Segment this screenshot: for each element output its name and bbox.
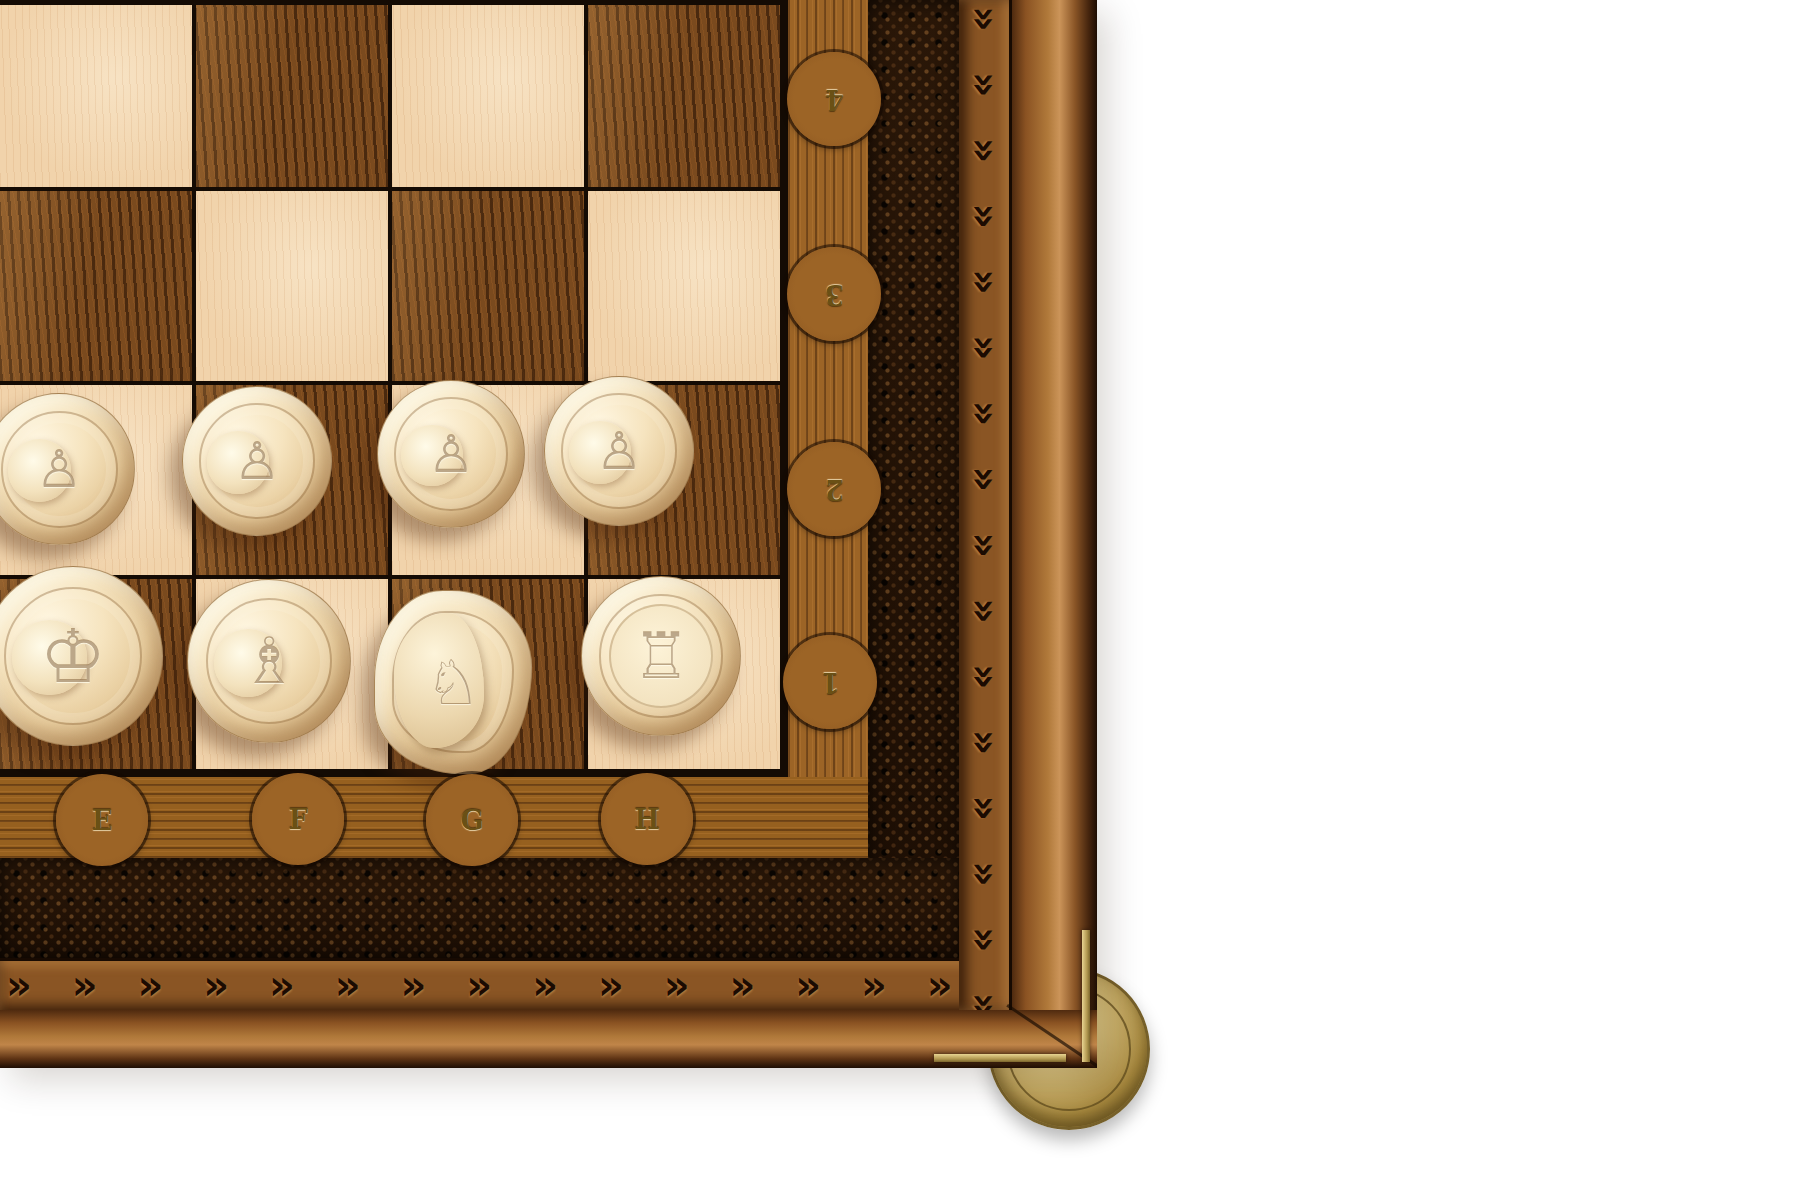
piece-white-pawn-h2[interactable]: ♙ bbox=[544, 376, 694, 526]
white-bishop-glyph: ♗ bbox=[240, 624, 297, 698]
brass-corner-bracket bbox=[934, 1054, 1066, 1062]
rank-button-4: 4 bbox=[800, 65, 868, 133]
rank-button-1: 1 bbox=[796, 648, 864, 716]
rank-button-2: 2 bbox=[800, 455, 868, 523]
square-g3[interactable] bbox=[392, 191, 584, 381]
white-pawn-glyph: ♙ bbox=[428, 424, 475, 484]
piece-white-knight-g1[interactable]: ♘ bbox=[374, 590, 532, 774]
white-pawn-glyph: ♙ bbox=[234, 431, 281, 491]
file-button-g: G bbox=[439, 787, 505, 853]
white-pawn-glyph: ♙ bbox=[596, 421, 643, 481]
carved-border-right bbox=[868, 0, 962, 958]
file-button-e: E bbox=[69, 787, 135, 853]
outer-frame-right bbox=[1012, 0, 1097, 1068]
square-f3[interactable] bbox=[196, 191, 388, 381]
piece-white-rook-h1[interactable]: ♖ bbox=[581, 576, 741, 736]
chevron-carving: » » » » » » » » » » » » » » » » » » » » … bbox=[0, 961, 1012, 1009]
piece-white-pawn-g2[interactable]: ♙ bbox=[377, 380, 525, 528]
square-e4[interactable] bbox=[0, 5, 192, 187]
file-button-f: F bbox=[265, 786, 331, 852]
square-h3[interactable] bbox=[588, 191, 780, 381]
brass-corner-bracket bbox=[1082, 930, 1090, 1062]
piece-white-pawn-f2[interactable]: ♙ bbox=[182, 386, 332, 536]
chevron-carving: » » » » » » » » » » » » » » » » » » » » … bbox=[961, 0, 1009, 1010]
square-h4[interactable] bbox=[588, 5, 780, 187]
square-e3[interactable] bbox=[0, 191, 192, 381]
carved-border-bottom bbox=[0, 858, 962, 958]
photo-background: » » » » » » » » » » » » » » » » » » » » … bbox=[0, 0, 1799, 1200]
white-rook-glyph: ♖ bbox=[632, 619, 689, 693]
chevron-strip-right: » » » » » » » » » » » » » » » » » » » » … bbox=[959, 0, 1012, 1010]
white-knight-glyph: ♘ bbox=[425, 646, 481, 719]
piece-white-bishop-f1[interactable]: ♗ bbox=[187, 579, 351, 743]
white-pawn-glyph: ♙ bbox=[36, 439, 83, 499]
square-g4[interactable] bbox=[392, 5, 584, 187]
outer-frame-bottom bbox=[0, 1010, 1097, 1068]
file-button-h: H bbox=[614, 786, 680, 852]
white-king-glyph: ♔ bbox=[40, 613, 106, 699]
chess-board: » » » » » » » » » » » » » » » » » » » » … bbox=[0, 0, 1097, 1068]
square-f4[interactable] bbox=[196, 5, 388, 187]
chevron-strip-bottom: » » » » » » » » » » » » » » » » » » » » … bbox=[0, 958, 1012, 1013]
rank-button-3: 3 bbox=[800, 260, 868, 328]
